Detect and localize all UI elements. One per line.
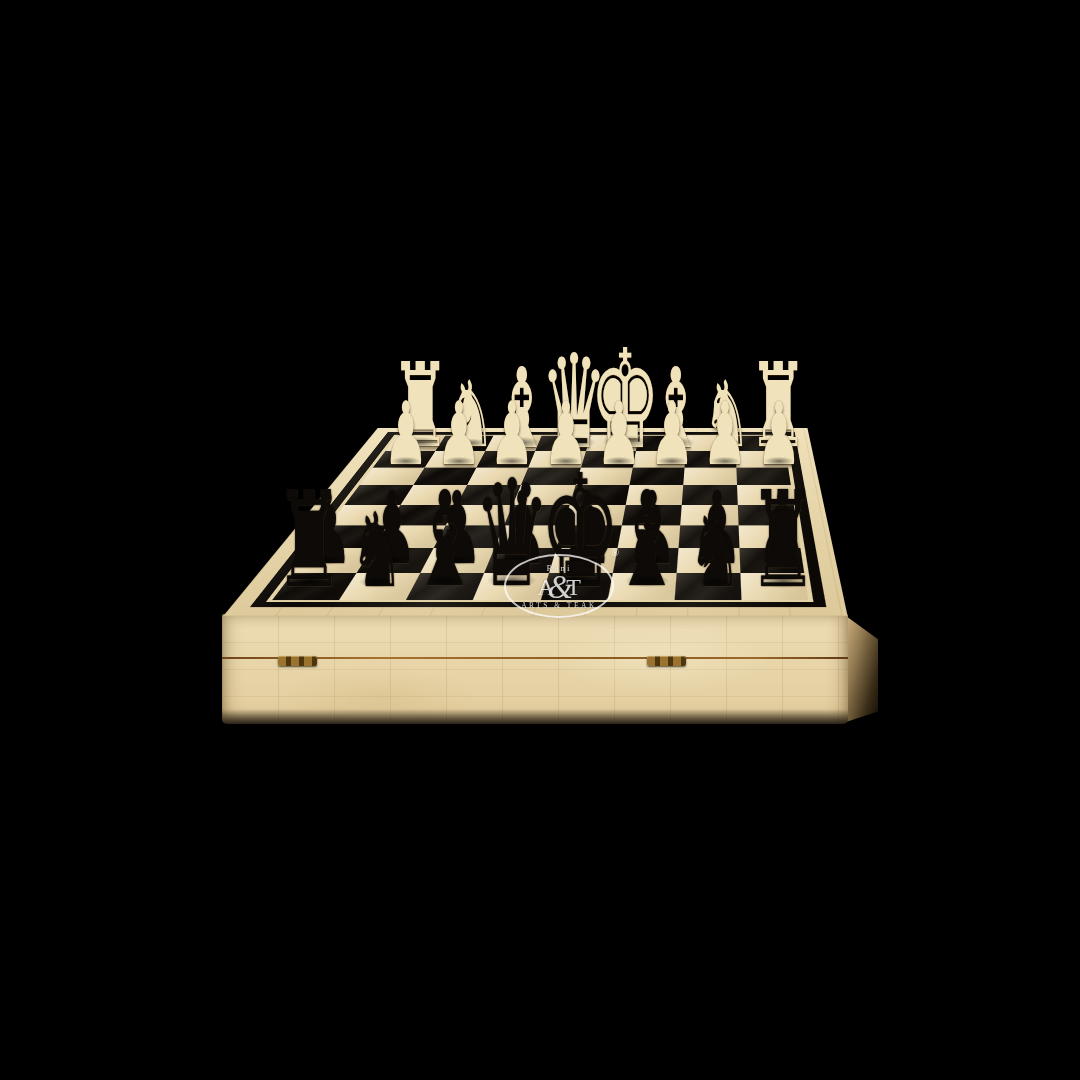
square [738, 505, 797, 526]
square [569, 485, 629, 504]
box-right-side [846, 616, 878, 722]
square [495, 525, 563, 548]
square [683, 467, 737, 485]
square [467, 467, 528, 485]
square [612, 548, 678, 573]
square [504, 505, 569, 526]
square [632, 451, 685, 468]
square [477, 451, 536, 468]
square [739, 548, 804, 573]
square [586, 436, 639, 451]
square [521, 467, 580, 485]
monogram-ampersand: & [548, 571, 574, 604]
square [680, 505, 739, 526]
square [607, 573, 676, 600]
square [735, 436, 786, 451]
square [621, 505, 681, 526]
square [617, 525, 680, 548]
square [406, 573, 484, 600]
product-photo-stage: ♜♞♝♛♚♝♞♜♟♟♟♟♟♟♟♟♟♟♟♟♟♟♟♟♜♞♝♛♚♝♞♜ ® Rani … [0, 0, 1080, 1080]
square [736, 467, 791, 485]
square [563, 505, 625, 526]
square [486, 436, 542, 451]
square [738, 525, 800, 548]
square [556, 525, 621, 548]
square [436, 436, 494, 451]
square [513, 485, 575, 504]
square [740, 573, 808, 600]
brand-monogram: A & T [537, 574, 581, 600]
registered-mark-icon: ® [611, 548, 619, 558]
square [625, 485, 683, 504]
square [581, 451, 636, 468]
square [686, 436, 736, 451]
square [684, 451, 736, 468]
square [536, 436, 591, 451]
brand-watermark: ® Rani A & T ARTS & TEAK [504, 554, 614, 618]
square [575, 467, 632, 485]
square [457, 485, 521, 504]
square [636, 436, 687, 451]
square [446, 505, 513, 526]
square [676, 548, 740, 573]
square [736, 451, 789, 468]
square [425, 451, 486, 468]
square [629, 467, 684, 485]
square [529, 451, 586, 468]
square [421, 548, 495, 573]
square [737, 485, 794, 504]
square [678, 525, 739, 548]
square [674, 573, 741, 600]
square [682, 485, 738, 504]
watermark-oval: Rani A & T ARTS & TEAK [504, 554, 614, 618]
square [434, 525, 505, 548]
